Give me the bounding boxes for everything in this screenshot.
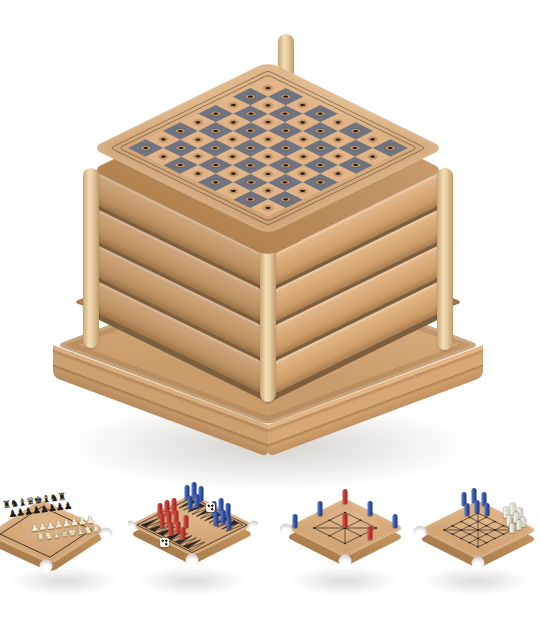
red-peg: [181, 527, 186, 540]
thumb-shadow: [136, 566, 248, 596]
peg-hole: [349, 145, 362, 151]
peg-hole: [262, 85, 275, 91]
blue-peg: [227, 517, 232, 530]
peg-hole: [244, 179, 257, 185]
thumbnail-halma-coaster: [412, 478, 540, 614]
peg-hole: [192, 119, 205, 125]
peg-hole: [209, 179, 222, 185]
blue-peg: [221, 510, 226, 524]
die: [160, 538, 169, 547]
tictactoe-lattice: [286, 498, 405, 557]
peg-hole: [297, 136, 310, 142]
peg-hole: [262, 171, 275, 177]
thumbnail-chess-coaster: ♜♞♝♛♚♝♞♜♟♟♟♟♟♟♟♟♟♟♟♟♟♟♟♟♜♞♝♛♚♝♞♜: [0, 478, 130, 614]
white-peg: [517, 520, 522, 530]
peg-hole: [367, 136, 380, 142]
red-peg: [169, 522, 174, 536]
peg-hole: [332, 153, 345, 159]
peg-hole: [227, 136, 240, 142]
peg-hole: [384, 145, 397, 151]
peg-hole: [227, 119, 240, 125]
mini-tictactoe-board: [286, 498, 405, 557]
peg-hole: [279, 179, 292, 185]
peg-hole: [157, 136, 170, 142]
peg-hole: [349, 162, 362, 168]
peg-hole: [244, 93, 257, 99]
peg-hole: [227, 102, 240, 108]
peg-hole: [174, 145, 187, 151]
peg-hole: [279, 162, 292, 168]
blue-peg: [368, 501, 373, 516]
peg-hole: [262, 188, 275, 194]
blue-peg: [226, 503, 231, 518]
peg-hole: [227, 153, 240, 159]
white-peg: [510, 523, 515, 533]
peg-hole: [244, 145, 257, 151]
peg-hole: [279, 93, 292, 99]
blue-peg: [475, 500, 480, 513]
peg-hole: [262, 102, 275, 108]
peg-hole: [192, 136, 205, 142]
product-photo: ♜♞♝♛♚♝♞♜♟♟♟♟♟♟♟♟♟♟♟♟♟♟♟♟♜♞♝♛♚♝♞♜: [0, 0, 540, 630]
peg-hole: [227, 188, 240, 194]
blue-peg: [318, 501, 323, 516]
blue-peg: [485, 503, 490, 516]
peg-hole: [279, 128, 292, 134]
peg-hole: [174, 128, 187, 134]
peg-hole: [297, 102, 310, 108]
corner-notch: [186, 554, 199, 567]
red-peg: [343, 489, 348, 504]
blue-peg: [214, 512, 219, 526]
blue-peg: [188, 496, 193, 510]
red-peg: [160, 513, 165, 528]
peg-hole: [209, 145, 222, 151]
corner-notch: [40, 560, 53, 573]
corner-notch: [280, 524, 293, 537]
peg-hole: [297, 119, 310, 125]
peg-hole: [262, 136, 275, 142]
peg-hole: [139, 145, 152, 151]
peg-hole: [244, 162, 257, 168]
peg-hole: [192, 171, 205, 177]
red-peg: [184, 515, 189, 528]
corner-notch: [472, 557, 485, 570]
red-peg: [343, 513, 348, 528]
thumbnail-backgammon-coaster: [128, 478, 258, 614]
wooden-dowel-right: [437, 168, 453, 350]
thumb-shadow: [8, 566, 120, 596]
thumb-shadow: [288, 566, 400, 596]
peg-hole: [314, 128, 327, 134]
peg-hole: [297, 153, 310, 159]
wooden-dowel-left: [83, 168, 99, 348]
peg-hole: [174, 162, 187, 168]
peg-hole: [332, 119, 345, 125]
peg-hole: [192, 153, 205, 159]
red-peg: [368, 526, 373, 540]
peg-hole: [314, 162, 327, 168]
peg-hole: [314, 111, 327, 117]
corner-notch: [339, 555, 352, 568]
peg-hole: [244, 111, 257, 117]
peg-hole: [314, 145, 327, 151]
blue-peg: [195, 494, 200, 508]
peg-hole: [262, 205, 275, 211]
corner-notch: [100, 528, 113, 541]
peg-hole: [297, 171, 310, 177]
blue-peg: [465, 503, 470, 516]
peg-hole: [244, 196, 257, 202]
thumbnail-tictactoe-coaster: [280, 478, 410, 614]
peg-hole: [279, 196, 292, 202]
peg-hole: [262, 119, 275, 125]
blue-peg: [393, 514, 398, 528]
corner-notch: [248, 521, 259, 534]
peg-hole: [227, 171, 240, 177]
peg-hole: [367, 153, 380, 159]
peg-hole: [209, 162, 222, 168]
peg-hole: [332, 136, 345, 142]
peg-hole: [279, 145, 292, 151]
peg-hole: [349, 128, 362, 134]
thumb-shadow: [420, 566, 532, 596]
peg-hole: [157, 153, 170, 159]
peg-hole: [297, 188, 310, 194]
blue-peg: [293, 514, 298, 528]
wooden-dowel-front: [260, 244, 276, 402]
peg-hole: [279, 111, 292, 117]
peg-hole: [262, 153, 275, 159]
die: [206, 503, 215, 512]
peg-hole: [209, 128, 222, 134]
peg-hole: [314, 179, 327, 185]
corner-notch: [414, 526, 427, 539]
peg-hole: [244, 128, 257, 134]
peg-hole: [332, 171, 345, 177]
peg-hole: [209, 111, 222, 117]
